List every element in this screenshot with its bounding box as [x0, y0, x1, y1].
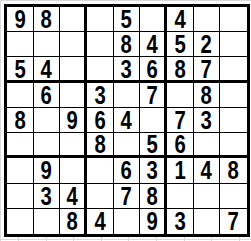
cell-r7c7[interactable]: 1	[167, 158, 194, 183]
cell-r7c1[interactable]	[7, 158, 34, 183]
cell-r5c4[interactable]: 6	[87, 108, 114, 133]
given-digit: 9	[67, 108, 78, 133]
cell-r6c6[interactable]: 5	[140, 133, 167, 158]
cell-r9c1[interactable]	[7, 209, 34, 234]
cell-r3c8[interactable]: 7	[194, 57, 221, 82]
cell-r1c7[interactable]: 4	[167, 7, 194, 32]
sheet-gridline-ticks	[18, 237, 246, 241]
cell-r5c5[interactable]: 4	[114, 108, 141, 133]
cell-r6c2[interactable]	[34, 133, 61, 158]
sudoku-board: 9854845254368763788964738569631483478849…	[4, 4, 250, 237]
cell-r1c2[interactable]: 8	[34, 7, 61, 32]
given-digit: 8	[14, 108, 25, 133]
cell-r2c3[interactable]	[60, 32, 87, 57]
cell-r4c4[interactable]: 3	[87, 83, 114, 108]
cell-r2c5[interactable]: 8	[114, 32, 141, 57]
cell-r6c3[interactable]	[60, 133, 87, 158]
cell-r4c6[interactable]: 7	[140, 83, 167, 108]
cell-r3c5[interactable]: 3	[114, 57, 141, 82]
cell-r6c5[interactable]	[114, 133, 141, 158]
cell-r3c6[interactable]: 6	[140, 57, 167, 82]
given-digit: 7	[228, 209, 239, 234]
cell-r8c2[interactable]: 3	[34, 184, 61, 209]
given-digit: 4	[174, 7, 185, 32]
cell-r4c1[interactable]	[7, 83, 34, 108]
cell-r7c2[interactable]: 9	[34, 158, 61, 183]
cell-r1c8[interactable]	[194, 7, 221, 32]
given-digit: 5	[147, 133, 158, 157]
given-digit: 7	[201, 57, 212, 81]
given-digit: 3	[41, 184, 52, 209]
given-digit: 3	[94, 83, 105, 108]
cell-r1c1[interactable]: 9	[7, 7, 34, 32]
cell-r5c8[interactable]: 3	[194, 108, 221, 133]
cell-r3c2[interactable]: 4	[34, 57, 61, 82]
given-digit: 3	[174, 209, 185, 234]
cell-r8c1[interactable]	[7, 184, 34, 209]
cell-r9c2[interactable]	[34, 209, 61, 234]
cell-r2c4[interactable]	[87, 32, 114, 57]
cell-r8c8[interactable]	[194, 184, 221, 209]
cell-r7c4[interactable]	[87, 158, 114, 183]
cell-r8c3[interactable]: 4	[60, 184, 87, 209]
sheet-gridline-top	[0, 0, 251, 1]
given-digit: 8	[174, 57, 185, 81]
cell-r3c9[interactable]	[220, 57, 247, 82]
given-digit: 9	[41, 158, 52, 183]
cell-r1c6[interactable]	[140, 7, 167, 32]
given-digit: 9	[147, 209, 158, 234]
given-digit: 6	[174, 133, 185, 157]
given-digit: 7	[147, 83, 158, 108]
cell-r2c2[interactable]	[34, 32, 61, 57]
cell-r2c8[interactable]: 2	[194, 32, 221, 57]
cell-r8c5[interactable]: 7	[114, 184, 141, 209]
given-digit: 8	[67, 209, 78, 234]
cell-r4c9[interactable]	[220, 83, 247, 108]
cell-r1c3[interactable]	[60, 7, 87, 32]
cell-r5c7[interactable]: 7	[167, 108, 194, 133]
cell-r8c6[interactable]: 8	[140, 184, 167, 209]
cell-r7c6[interactable]: 3	[140, 158, 167, 183]
cell-r6c8[interactable]	[194, 133, 221, 158]
cell-r5c1[interactable]: 8	[7, 108, 34, 133]
cell-r9c3[interactable]: 8	[60, 209, 87, 234]
given-digit: 4	[147, 32, 158, 57]
given-digit: 6	[94, 108, 105, 133]
cell-r1c9[interactable]	[220, 7, 247, 32]
cell-r3c3[interactable]	[60, 57, 87, 82]
given-digit: 4	[41, 57, 52, 81]
given-digit: 4	[67, 184, 78, 209]
cell-r9c5[interactable]	[114, 209, 141, 234]
cell-r3c1[interactable]: 5	[7, 57, 34, 82]
cell-r7c9[interactable]: 8	[220, 158, 247, 183]
given-digit: 8	[201, 83, 212, 108]
given-digit: 4	[121, 108, 132, 133]
cell-r6c1[interactable]	[7, 133, 34, 158]
given-digit: 4	[94, 209, 105, 234]
given-digit: 8	[94, 133, 105, 157]
given-digit: 8	[41, 7, 52, 32]
cell-r1c5[interactable]: 5	[114, 7, 141, 32]
given-digit: 3	[121, 57, 132, 81]
cell-r8c4[interactable]	[87, 184, 114, 209]
given-digit: 7	[121, 184, 132, 209]
cell-r2c1[interactable]	[7, 32, 34, 57]
cell-r1c4[interactable]	[87, 7, 114, 32]
sheet-gridline-left	[0, 0, 1, 241]
given-digit: 1	[174, 158, 185, 183]
cell-r3c7[interactable]: 8	[167, 57, 194, 82]
given-digit: 6	[121, 158, 132, 183]
cell-r6c4[interactable]: 8	[87, 133, 114, 158]
cell-r7c3[interactable]	[60, 158, 87, 183]
cell-r2c7[interactable]: 5	[167, 32, 194, 57]
cell-r8c7[interactable]	[167, 184, 194, 209]
given-digit: 2	[201, 32, 212, 57]
cell-r9c8[interactable]	[194, 209, 221, 234]
given-digit: 5	[121, 7, 132, 32]
cell-r2c6[interactable]: 4	[140, 32, 167, 57]
cell-r9c9[interactable]: 7	[220, 209, 247, 234]
given-digit: 8	[228, 158, 239, 183]
cell-r8c9[interactable]	[220, 184, 247, 209]
given-digit: 6	[147, 57, 158, 81]
given-digit: 5	[14, 57, 25, 81]
cell-r4c7[interactable]	[167, 83, 194, 108]
cell-r4c5[interactable]	[114, 83, 141, 108]
cell-r7c5[interactable]: 6	[114, 158, 141, 183]
given-digit: 5	[174, 32, 185, 57]
cell-r9c7[interactable]: 3	[167, 209, 194, 234]
cell-r7c8[interactable]: 4	[194, 158, 221, 183]
cell-r2c9[interactable]	[220, 32, 247, 57]
cell-r5c9[interactable]	[220, 108, 247, 133]
cell-r4c2[interactable]: 6	[34, 83, 61, 108]
given-digit: 8	[121, 32, 132, 57]
cell-r5c6[interactable]	[140, 108, 167, 133]
given-digit: 8	[147, 184, 158, 209]
sudoku-screen: 9854845254368763788964738569631483478849…	[0, 0, 251, 241]
cell-r4c3[interactable]	[60, 83, 87, 108]
cell-r5c2[interactable]	[34, 108, 61, 133]
cell-r5c3[interactable]: 9	[60, 108, 87, 133]
cell-r9c6[interactable]: 9	[140, 209, 167, 234]
cell-r6c7[interactable]: 6	[167, 133, 194, 158]
given-digit: 4	[201, 158, 212, 183]
cell-r6c9[interactable]	[220, 133, 247, 158]
given-digit: 3	[147, 158, 158, 183]
cell-r9c4[interactable]: 4	[87, 209, 114, 234]
cell-r3c4[interactable]	[87, 57, 114, 82]
cell-r4c8[interactable]: 8	[194, 83, 221, 108]
given-digit: 6	[41, 83, 52, 108]
given-digit: 9	[14, 7, 25, 32]
given-digit: 3	[201, 108, 212, 133]
given-digit: 7	[174, 108, 185, 133]
